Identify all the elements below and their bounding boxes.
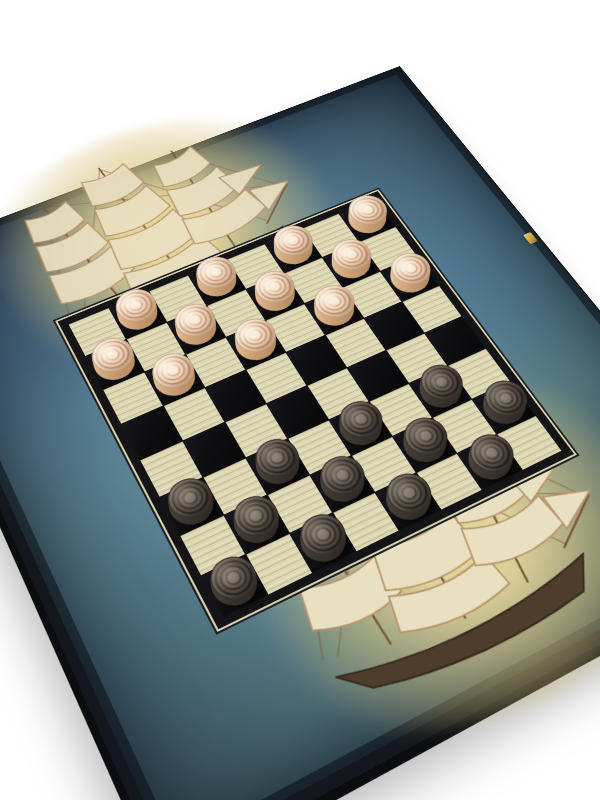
board-box <box>0 66 600 800</box>
checker-piece-dark[interactable] <box>378 476 437 528</box>
checker-piece-dark[interactable] <box>293 516 353 570</box>
gold-clasp-icon <box>523 232 538 244</box>
piece-top <box>313 450 372 501</box>
checker-piece-dark[interactable] <box>204 558 264 614</box>
checker-piece-light[interactable] <box>383 258 436 299</box>
board-square-r3c2[interactable] <box>145 355 204 405</box>
photo-stage <box>0 0 600 800</box>
board-square-r5c8[interactable] <box>425 317 485 365</box>
piece-top <box>413 359 470 406</box>
board-square-r4c3[interactable] <box>206 370 266 421</box>
